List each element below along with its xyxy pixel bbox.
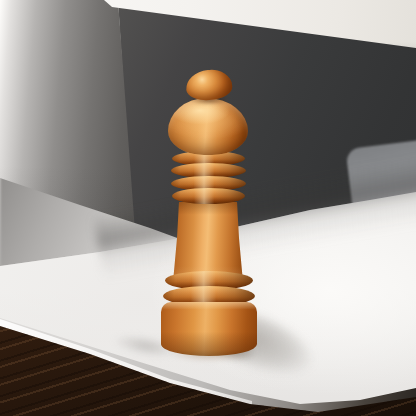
pepper-mill [159,70,259,360]
kitchen-scene: A glossy amber wooden pepper mill standi… [0,0,416,416]
mill-ring-4 [172,188,245,204]
mill-base [161,302,257,356]
mill-head [168,98,248,155]
mill-body [170,202,248,282]
